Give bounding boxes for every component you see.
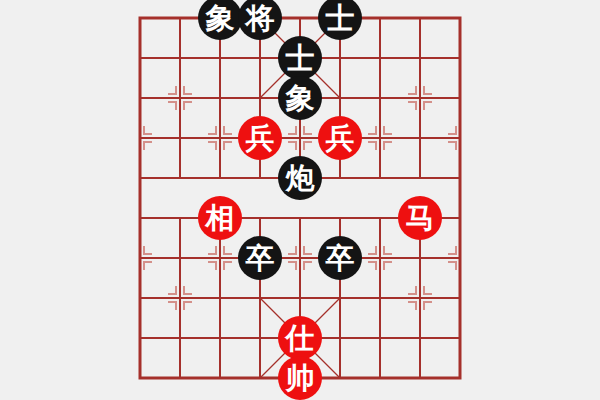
piece-black-cannon[interactable]: 炮 [278, 156, 322, 200]
piece-glyph: 帅 [286, 364, 315, 393]
piece-glyph: 兵 [246, 124, 275, 153]
piece-glyph: 象 [286, 84, 315, 113]
piece-glyph: 士 [326, 4, 355, 33]
piece-red-soldier[interactable]: 兵 [318, 116, 362, 160]
piece-red-general[interactable]: 帅 [278, 356, 322, 400]
piece-black-soldier[interactable]: 卒 [238, 236, 282, 280]
piece-glyph: 相 [206, 204, 235, 233]
piece-black-elephant[interactable]: 象 [278, 76, 322, 120]
piece-red-horse[interactable]: 马 [398, 196, 442, 240]
piece-glyph: 兵 [326, 124, 355, 153]
piece-red-elephant[interactable]: 相 [198, 196, 242, 240]
piece-glyph: 卒 [246, 244, 275, 273]
piece-black-soldier[interactable]: 卒 [318, 236, 362, 280]
piece-black-advisor[interactable]: 士 [278, 36, 322, 80]
piece-glyph: 马 [406, 204, 435, 233]
piece-red-soldier[interactable]: 兵 [238, 116, 282, 160]
piece-glyph: 将 [246, 4, 275, 33]
piece-black-general[interactable]: 将 [238, 0, 282, 40]
piece-glyph: 仕 [286, 324, 315, 353]
xiangqi-board: 象将士士象兵兵炮相马卒卒仕帅 [0, 0, 600, 400]
piece-glyph: 炮 [286, 164, 315, 193]
piece-black-elephant[interactable]: 象 [198, 0, 242, 40]
piece-red-advisor[interactable]: 仕 [278, 316, 322, 360]
piece-glyph: 象 [206, 4, 235, 33]
piece-glyph: 士 [286, 44, 315, 73]
piece-black-advisor[interactable]: 士 [318, 0, 362, 40]
board-grid[interactable]: 象将士士象兵兵炮相马卒卒仕帅 [120, 0, 480, 398]
piece-glyph: 卒 [326, 244, 355, 273]
